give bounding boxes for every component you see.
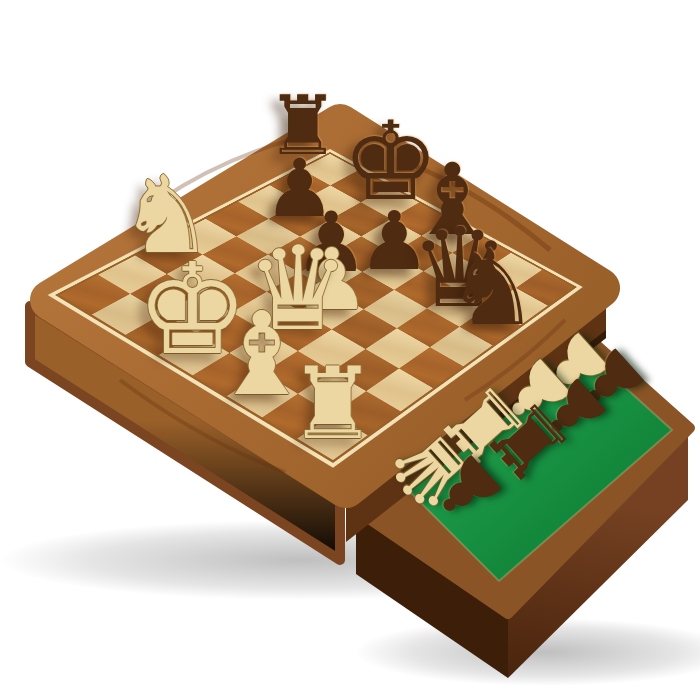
chess-set-photo: ♟♟♟♟♜♜♛♟ ♞♚♛♟♝♜♚♝♟♟♟♛♞♜ bbox=[0, 0, 700, 700]
